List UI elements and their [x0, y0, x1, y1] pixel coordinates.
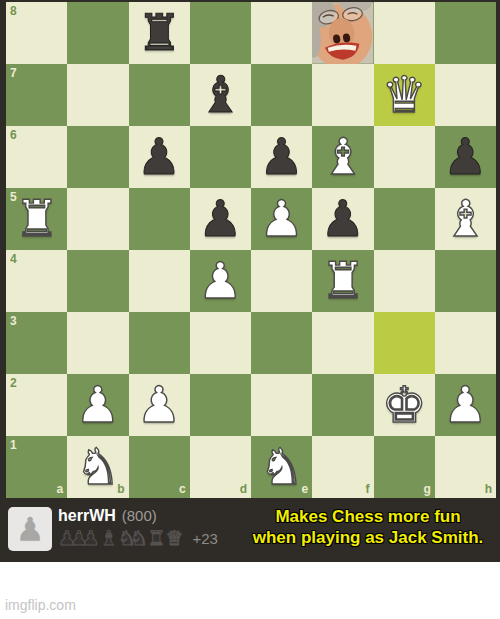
square-h1[interactable]: h	[435, 436, 496, 498]
captured-group: ♞♞	[118, 526, 148, 550]
meme-image: 8♜7♝♛6♟♟♝♟5♜♟♟♟♝4♟♜32♟♟♚♟1ab♞cde♞fgh ♟ h…	[0, 0, 500, 619]
square-a4[interactable]: 4	[6, 250, 67, 312]
square-f3[interactable]	[312, 312, 373, 374]
imgflip-watermark: imgflip.com	[5, 597, 76, 613]
captured-group: ♛	[166, 526, 184, 550]
file-label-f: f	[366, 483, 370, 495]
black-pawn[interactable]: ♟	[435, 126, 496, 188]
square-d8[interactable]	[190, 2, 251, 64]
caption-line-2: when playing as Jack Smith.	[240, 527, 496, 548]
rank-label-3: 3	[10, 315, 17, 327]
square-g4[interactable]	[374, 250, 435, 312]
white-bishop[interactable]: ♝	[312, 126, 373, 188]
square-e7[interactable]	[251, 64, 312, 126]
white-bishop[interactable]: ♝	[435, 188, 496, 250]
square-h2[interactable]: ♟	[435, 374, 496, 436]
square-d7[interactable]: ♝	[190, 64, 251, 126]
captured-group: ♝	[100, 526, 118, 550]
square-e1[interactable]: e♞	[251, 436, 312, 498]
square-f6[interactable]: ♝	[312, 126, 373, 188]
black-pawn[interactable]: ♟	[190, 188, 251, 250]
meme-caption: Makes Chess more fun when playing as Jac…	[240, 506, 496, 549]
square-c7[interactable]	[129, 64, 190, 126]
rank-label-2: 2	[10, 377, 17, 389]
square-c5[interactable]	[129, 188, 190, 250]
chess-board: 8♜7♝♛6♟♟♝♟5♜♟♟♟♝4♟♜32♟♟♚♟1ab♞cde♞fgh	[6, 2, 496, 498]
captured-group: ♜	[148, 526, 166, 550]
square-a2[interactable]: 2	[6, 374, 67, 436]
square-d4[interactable]: ♟	[190, 250, 251, 312]
square-b7[interactable]	[67, 64, 128, 126]
square-c4[interactable]	[129, 250, 190, 312]
square-g7[interactable]: ♛	[374, 64, 435, 126]
square-d1[interactable]: d	[190, 436, 251, 498]
square-e4[interactable]	[251, 250, 312, 312]
square-b3[interactable]	[67, 312, 128, 374]
square-b1[interactable]: b♞	[67, 436, 128, 498]
square-b4[interactable]	[67, 250, 128, 312]
square-f1[interactable]: f	[312, 436, 373, 498]
square-a7[interactable]: 7	[6, 64, 67, 126]
board-background: 8♜7♝♛6♟♟♝♟5♜♟♟♟♝4♟♜32♟♟♚♟1ab♞cde♞fgh ♟ h…	[0, 0, 500, 562]
square-g6[interactable]	[374, 126, 435, 188]
square-b6[interactable]	[67, 126, 128, 188]
player-avatar[interactable]: ♟	[8, 507, 52, 551]
square-g1[interactable]: g	[374, 436, 435, 498]
square-h7[interactable]	[435, 64, 496, 126]
rank-label-7: 7	[10, 67, 17, 79]
square-h5[interactable]: ♝	[435, 188, 496, 250]
square-d2[interactable]	[190, 374, 251, 436]
black-king-meme-face[interactable]	[312, 2, 373, 64]
captured-piece-icons: ♟♟♟♝♞♞♜♛	[58, 528, 183, 549]
rank-label-4: 4	[10, 253, 17, 265]
black-pawn[interactable]: ♟	[312, 188, 373, 250]
square-h6[interactable]: ♟	[435, 126, 496, 188]
square-f2[interactable]	[312, 374, 373, 436]
square-e5[interactable]: ♟	[251, 188, 312, 250]
square-a1[interactable]: 1a	[6, 436, 67, 498]
square-c2[interactable]: ♟	[129, 374, 190, 436]
square-d6[interactable]	[190, 126, 251, 188]
square-h3[interactable]	[435, 312, 496, 374]
white-pawn[interactable]: ♟	[435, 374, 496, 436]
square-c8[interactable]: ♜	[129, 2, 190, 64]
white-knight[interactable]: ♞	[67, 436, 128, 498]
file-label-c: c	[179, 483, 186, 495]
square-g3[interactable]	[374, 312, 435, 374]
square-d5[interactable]: ♟	[190, 188, 251, 250]
rank-label-1: 1	[10, 439, 17, 451]
file-label-d: d	[240, 483, 247, 495]
file-label-h: h	[485, 483, 492, 495]
square-c1[interactable]: c	[129, 436, 190, 498]
white-pawn[interactable]: ♟	[190, 250, 251, 312]
square-e2[interactable]	[251, 374, 312, 436]
square-a5[interactable]: 5♜	[6, 188, 67, 250]
square-b2[interactable]: ♟	[67, 374, 128, 436]
square-c6[interactable]: ♟	[129, 126, 190, 188]
pawn-icon: ♟	[16, 513, 45, 545]
square-d3[interactable]	[190, 312, 251, 374]
rank-label-6: 6	[10, 129, 17, 141]
captured-group: ♟♟♟	[58, 526, 100, 550]
square-f8[interactable]	[312, 2, 373, 64]
square-b8[interactable]	[67, 2, 128, 64]
square-g8[interactable]	[374, 2, 435, 64]
rank-label-8: 8	[10, 5, 17, 17]
square-e6[interactable]: ♟	[251, 126, 312, 188]
player-bar: ♟ herrWH (800) ♟♟♟♝♞♞♜♛ +23 Makes Chess …	[0, 498, 500, 562]
square-f7[interactable]	[312, 64, 373, 126]
black-pawn[interactable]: ♟	[251, 126, 312, 188]
square-a8[interactable]: 8	[6, 2, 67, 64]
white-pawn[interactable]: ♟	[67, 374, 128, 436]
white-king[interactable]: ♚	[374, 374, 435, 436]
square-g5[interactable]	[374, 188, 435, 250]
square-e8[interactable]	[251, 2, 312, 64]
black-pawn[interactable]: ♟	[129, 126, 190, 188]
material-advantage: +23	[192, 530, 217, 547]
black-rook[interactable]: ♜	[129, 2, 190, 64]
captured-pieces: ♟♟♟♝♞♞♜♛ +23	[58, 528, 218, 549]
square-e3[interactable]	[251, 312, 312, 374]
square-c3[interactable]	[129, 312, 190, 374]
white-knight[interactable]: ♞	[251, 436, 312, 498]
white-pawn[interactable]: ♟	[251, 188, 312, 250]
square-h4[interactable]	[435, 250, 496, 312]
player-rating: (800)	[122, 507, 157, 524]
square-g2[interactable]: ♚	[374, 374, 435, 436]
file-label-a: a	[57, 483, 64, 495]
square-f4[interactable]: ♜	[312, 250, 373, 312]
white-rook[interactable]: ♜	[6, 188, 67, 250]
square-h8[interactable]	[435, 2, 496, 64]
white-rook[interactable]: ♜	[312, 250, 373, 312]
caption-line-1: Makes Chess more fun	[240, 506, 496, 527]
square-f5[interactable]: ♟	[312, 188, 373, 250]
white-queen[interactable]: ♛	[374, 64, 435, 126]
black-bishop[interactable]: ♝	[190, 64, 251, 126]
player-info: herrWH (800) ♟♟♟♝♞♞♜♛ +23	[58, 507, 218, 549]
file-label-g: g	[423, 483, 430, 495]
square-b5[interactable]	[67, 188, 128, 250]
white-pawn[interactable]: ♟	[129, 374, 190, 436]
square-a6[interactable]: 6	[6, 126, 67, 188]
player-name[interactable]: herrWH	[58, 507, 116, 525]
square-a3[interactable]: 3	[6, 312, 67, 374]
